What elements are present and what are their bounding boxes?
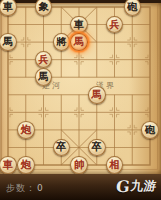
- status-bar: 步数：0 G 九游: [0, 174, 161, 200]
- piece-glyph: 將: [56, 37, 66, 47]
- piece-black-cannon[interactable]: 砲: [141, 121, 159, 139]
- piece-glyph: 卒: [56, 142, 66, 152]
- piece-glyph: 兵: [39, 54, 49, 64]
- piece-glyph: 帥: [74, 160, 84, 170]
- step-counter: 步数：0: [6, 182, 44, 195]
- piece-red-elephant[interactable]: 相: [106, 156, 124, 174]
- piece-black-soldier[interactable]: 卒: [88, 139, 106, 157]
- piece-black-chariot[interactable]: 車: [0, 0, 17, 16]
- piece-glyph: 馬: [92, 89, 102, 99]
- step-counter-label: 步数: [6, 183, 26, 193]
- piece-glyph: 卒: [92, 142, 102, 152]
- piece-glyph: 炮: [21, 160, 31, 170]
- piece-black-horse[interactable]: 馬: [0, 33, 17, 51]
- piece-red-general[interactable]: 帥: [70, 156, 88, 174]
- piece-black-cannon[interactable]: 砲: [124, 0, 142, 16]
- step-counter-value: 0: [37, 183, 44, 193]
- piece-glyph: 砲: [145, 124, 155, 134]
- piece-red-cannon[interactable]: 炮: [17, 156, 35, 174]
- piece-red-horse[interactable]: 馬: [70, 33, 88, 51]
- brand-name: 九游: [130, 178, 158, 195]
- piece-glyph: 車: [3, 2, 13, 12]
- piece-glyph: 馬: [74, 37, 84, 47]
- game-screen: 楚河 漢界 車象砲車兵馬將馬兵馬馬炮砲卒卒車炮帥相 步数：0 G 九游: [0, 0, 161, 200]
- piece-black-general[interactable]: 將: [53, 33, 71, 51]
- piece-glyph: 相: [110, 160, 120, 170]
- xiangqi-board[interactable]: 楚河 漢界 車象砲車兵馬將馬兵馬馬炮砲卒卒車炮帥相: [0, 3, 161, 174]
- piece-glyph: 兵: [110, 19, 120, 29]
- watermark: G 九游: [115, 177, 158, 196]
- step-counter-separator: ：: [26, 183, 36, 193]
- piece-glyph: 馬: [3, 37, 13, 47]
- piece-black-chariot[interactable]: 車: [70, 16, 88, 34]
- piece-red-horse[interactable]: 馬: [88, 86, 106, 104]
- piece-glyph: 車: [3, 160, 13, 170]
- piece-glyph: 砲: [127, 2, 137, 12]
- piece-glyph: 馬: [39, 72, 49, 82]
- piece-black-soldier[interactable]: 卒: [53, 139, 71, 157]
- piece-glyph: 象: [39, 2, 49, 12]
- piece-black-horse[interactable]: 馬: [35, 68, 53, 86]
- piece-black-elephant[interactable]: 象: [35, 0, 53, 16]
- piece-red-cannon[interactable]: 炮: [17, 121, 35, 139]
- piece-glyph: 車: [74, 19, 84, 29]
- piece-glyph: 炮: [21, 124, 31, 134]
- brand-logo-icon: G: [115, 177, 131, 196]
- piece-red-chariot[interactable]: 車: [0, 156, 17, 174]
